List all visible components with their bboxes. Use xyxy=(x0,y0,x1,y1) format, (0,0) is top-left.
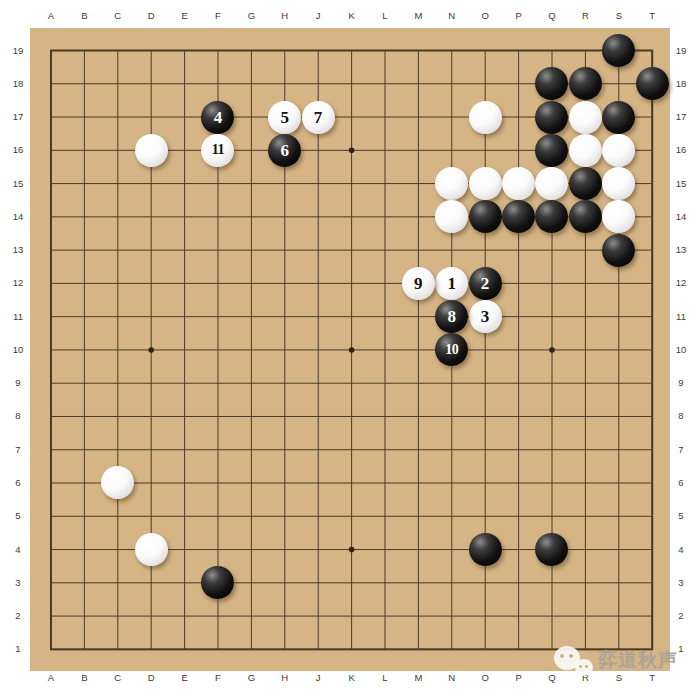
col-label-bottom-D: D xyxy=(141,672,161,684)
col-label-bottom-L: L xyxy=(375,672,395,684)
bubble-eye xyxy=(579,665,582,668)
row-label-right-2: 2 xyxy=(668,610,694,622)
row-label-left-15: 15 xyxy=(5,178,31,190)
row-label-right-11: 11 xyxy=(668,311,694,323)
move-stone-8-black-N11: 8 xyxy=(435,300,468,333)
col-label-top-K: K xyxy=(342,10,362,22)
col-label-top-M: M xyxy=(408,10,428,22)
move-number: 4 xyxy=(214,109,223,126)
col-label-top-G: G xyxy=(241,10,261,22)
col-label-bottom-O: O xyxy=(475,672,495,684)
stone-white-R16 xyxy=(569,134,602,167)
col-label-bottom-J: J xyxy=(308,672,328,684)
move-number: 11 xyxy=(212,143,224,157)
go-board: 1234567891011 xyxy=(30,28,670,671)
row-label-left-1: 1 xyxy=(5,643,31,655)
col-label-bottom-G: G xyxy=(241,672,261,684)
row-label-right-3: 3 xyxy=(668,577,694,589)
col-label-bottom-P: P xyxy=(509,672,529,684)
move-number: 6 xyxy=(280,142,289,159)
row-label-right-16: 16 xyxy=(668,144,694,156)
stone-black-P14 xyxy=(502,200,535,233)
row-label-left-18: 18 xyxy=(5,78,31,90)
row-label-left-16: 16 xyxy=(5,144,31,156)
col-label-top-H: H xyxy=(275,10,295,22)
row-label-left-19: 19 xyxy=(5,45,31,57)
stone-black-R15 xyxy=(569,167,602,200)
col-label-bottom-C: C xyxy=(108,672,128,684)
stone-white-N15 xyxy=(435,167,468,200)
move-stone-11-white-F16: 11 xyxy=(201,134,234,167)
move-stone-9-white-M12: 9 xyxy=(402,267,435,300)
row-label-left-9: 9 xyxy=(5,377,31,389)
col-label-bottom-A: A xyxy=(41,672,61,684)
stone-black-R14 xyxy=(569,200,602,233)
col-label-top-E: E xyxy=(175,10,195,22)
move-number: 10 xyxy=(445,343,458,357)
stone-white-S16 xyxy=(602,134,635,167)
row-label-left-13: 13 xyxy=(5,244,31,256)
stone-white-D4 xyxy=(135,533,168,566)
row-label-right-7: 7 xyxy=(668,444,694,456)
bubble-eye xyxy=(569,654,573,658)
row-label-right-4: 4 xyxy=(668,544,694,556)
stone-black-Q14 xyxy=(535,200,568,233)
stone-black-T18 xyxy=(636,67,669,100)
stones-layer: 1234567891011 xyxy=(34,34,668,666)
col-label-top-A: A xyxy=(41,10,61,22)
stone-black-O4 xyxy=(469,533,502,566)
move-stone-2-black-O12: 2 xyxy=(469,267,502,300)
watermark: 弈道秋声 xyxy=(548,641,700,683)
move-stone-4-black-F17: 4 xyxy=(201,101,234,134)
stone-white-Q15 xyxy=(535,167,568,200)
stone-black-S13 xyxy=(602,234,635,267)
stone-black-F3 xyxy=(201,566,234,599)
move-stone-5-white-H17: 5 xyxy=(268,101,301,134)
col-label-bottom-B: B xyxy=(74,672,94,684)
row-label-right-15: 15 xyxy=(668,178,694,190)
stone-black-S17 xyxy=(602,101,635,134)
stone-white-N14 xyxy=(435,200,468,233)
col-label-top-B: B xyxy=(74,10,94,22)
row-label-right-19: 19 xyxy=(668,45,694,57)
row-label-left-12: 12 xyxy=(5,277,31,289)
go-diagram: 1234567891011 AABBCCDDEEFFGGHHJJKKLLMMNN… xyxy=(0,0,700,700)
row-label-left-4: 4 xyxy=(5,544,31,556)
stone-black-Q18 xyxy=(535,67,568,100)
col-label-top-P: P xyxy=(509,10,529,22)
stone-black-O14 xyxy=(469,200,502,233)
row-label-left-5: 5 xyxy=(5,510,31,522)
move-stone-1-white-N12: 1 xyxy=(435,267,468,300)
col-label-top-N: N xyxy=(442,10,462,22)
move-number: 7 xyxy=(314,109,323,126)
col-label-top-Q: Q xyxy=(542,10,562,22)
bubble-eye xyxy=(585,665,588,668)
move-number: 2 xyxy=(481,275,490,292)
stone-black-Q17 xyxy=(535,101,568,134)
stone-white-S15 xyxy=(602,167,635,200)
row-label-left-2: 2 xyxy=(5,610,31,622)
col-label-top-T: T xyxy=(642,10,662,22)
col-label-top-J: J xyxy=(308,10,328,22)
col-label-bottom-F: F xyxy=(208,672,228,684)
move-stone-10-black-N10: 10 xyxy=(435,333,468,366)
stone-white-R17 xyxy=(569,101,602,134)
row-label-right-10: 10 xyxy=(668,344,694,356)
move-stone-6-black-H16: 6 xyxy=(268,134,301,167)
bubble-eye xyxy=(560,654,564,658)
row-label-right-13: 13 xyxy=(668,244,694,256)
row-label-left-3: 3 xyxy=(5,577,31,589)
col-label-bottom-K: K xyxy=(342,672,362,684)
row-label-right-6: 6 xyxy=(668,477,694,489)
col-label-top-S: S xyxy=(609,10,629,22)
stone-white-O17 xyxy=(469,101,502,134)
row-label-left-6: 6 xyxy=(5,477,31,489)
col-label-bottom-E: E xyxy=(175,672,195,684)
move-number: 8 xyxy=(447,308,456,325)
row-label-right-8: 8 xyxy=(668,410,694,422)
col-label-bottom-H: H xyxy=(275,672,295,684)
col-label-bottom-N: N xyxy=(442,672,462,684)
col-label-bottom-M: M xyxy=(408,672,428,684)
stone-black-Q4 xyxy=(535,533,568,566)
stone-white-C6 xyxy=(101,466,134,499)
move-number: 9 xyxy=(414,275,423,292)
row-label-left-8: 8 xyxy=(5,410,31,422)
move-stone-7-white-J17: 7 xyxy=(302,101,335,134)
stone-white-P15 xyxy=(502,167,535,200)
watermark-text: 弈道秋声 xyxy=(598,647,678,673)
row-label-left-14: 14 xyxy=(5,211,31,223)
row-label-right-12: 12 xyxy=(668,277,694,289)
move-stone-3-white-O11: 3 xyxy=(469,300,502,333)
move-number: 1 xyxy=(447,275,456,292)
row-label-left-10: 10 xyxy=(5,344,31,356)
row-label-right-5: 5 xyxy=(668,510,694,522)
row-label-left-17: 17 xyxy=(5,111,31,123)
stone-black-S19 xyxy=(602,34,635,67)
wechat-bubble-small xyxy=(575,659,593,676)
row-label-right-18: 18 xyxy=(668,78,694,90)
row-label-left-7: 7 xyxy=(5,444,31,456)
col-label-top-R: R xyxy=(575,10,595,22)
col-label-top-C: C xyxy=(108,10,128,22)
col-label-top-D: D xyxy=(141,10,161,22)
stone-white-O15 xyxy=(469,167,502,200)
col-label-top-O: O xyxy=(475,10,495,22)
stone-white-S14 xyxy=(602,200,635,233)
stone-black-Q16 xyxy=(535,134,568,167)
row-label-right-17: 17 xyxy=(668,111,694,123)
col-label-top-L: L xyxy=(375,10,395,22)
move-number: 3 xyxy=(481,308,490,325)
row-label-right-14: 14 xyxy=(668,211,694,223)
col-label-top-F: F xyxy=(208,10,228,22)
row-label-left-11: 11 xyxy=(5,311,31,323)
stone-white-D16 xyxy=(135,134,168,167)
move-number: 5 xyxy=(280,109,289,126)
row-label-right-9: 9 xyxy=(668,377,694,389)
stone-black-R18 xyxy=(569,67,602,100)
